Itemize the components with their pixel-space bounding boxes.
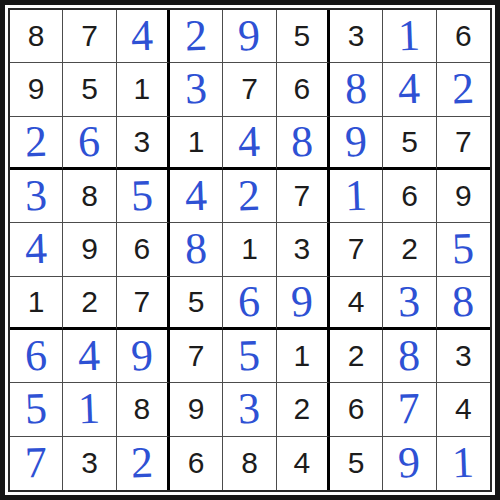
cell-r7c4[interactable]: 7 — [170, 330, 223, 383]
player-digit: 9 — [130, 334, 154, 379]
given-digit: 3 — [133, 127, 150, 157]
given-digit: 6 — [188, 448, 205, 478]
cell-r6c4[interactable]: 5 — [170, 277, 223, 330]
player-digit: 6 — [238, 279, 262, 324]
cell-r4c6[interactable]: 7 — [277, 170, 330, 223]
given-digit: 2 — [293, 394, 310, 424]
cell-r9c7[interactable]: 5 — [330, 437, 383, 490]
cell-r2c4[interactable]: 3 — [170, 63, 223, 116]
cell-r3c9[interactable]: 7 — [437, 117, 490, 170]
given-digit: 7 — [241, 74, 258, 104]
cell-r1c8[interactable]: 1 — [383, 10, 436, 63]
cell-r8c7[interactable]: 6 — [330, 383, 383, 436]
cell-r1c2[interactable]: 7 — [63, 10, 116, 63]
player-digit: 9 — [238, 14, 262, 59]
cell-r7c5[interactable]: 5 — [223, 330, 276, 383]
cell-r3c7[interactable]: 9 — [330, 117, 383, 170]
player-digit: 6 — [78, 119, 102, 164]
player-digit: 2 — [24, 119, 48, 164]
given-digit: 7 — [455, 127, 472, 157]
player-digit: 8 — [290, 119, 314, 164]
cell-r4c7[interactable]: 1 — [330, 170, 383, 223]
cell-r9c3[interactable]: 2 — [117, 437, 170, 490]
cell-r9c6[interactable]: 4 — [277, 437, 330, 490]
player-digit: 4 — [238, 119, 262, 164]
given-digit: 7 — [293, 181, 310, 211]
given-digit: 2 — [81, 287, 98, 317]
player-digit: 9 — [344, 119, 368, 164]
player-digit: 5 — [130, 174, 154, 219]
given-digit: 7 — [133, 287, 150, 317]
cell-r7c7[interactable]: 2 — [330, 330, 383, 383]
player-digit: 8 — [344, 67, 368, 112]
given-digit: 8 — [81, 181, 98, 211]
player-digit: 4 — [184, 174, 208, 219]
cell-r2c2[interactable]: 5 — [63, 63, 116, 116]
given-digit: 1 — [241, 234, 258, 264]
sudoku-board: 8742953169513768422631489573854271694968… — [8, 8, 492, 492]
board-frame: 8742953169513768422631489573854271694968… — [0, 0, 500, 500]
player-digit: 8 — [398, 334, 422, 379]
given-digit: 3 — [348, 21, 365, 51]
cell-r8c1[interactable]: 5 — [10, 383, 63, 436]
given-digit: 3 — [293, 234, 310, 264]
cell-r4c3[interactable]: 5 — [117, 170, 170, 223]
cell-r6c2[interactable]: 2 — [63, 277, 116, 330]
player-digit: 4 — [24, 227, 48, 272]
player-digit: 8 — [452, 279, 476, 324]
cell-r3c3[interactable]: 3 — [117, 117, 170, 170]
given-digit: 4 — [293, 448, 310, 478]
cell-r8c2[interactable]: 1 — [63, 383, 116, 436]
cell-r5c4[interactable]: 8 — [170, 223, 223, 276]
cell-r1c3[interactable]: 4 — [117, 10, 170, 63]
cell-r5c8[interactable]: 2 — [383, 223, 436, 276]
cell-r7c2[interactable]: 4 — [63, 330, 116, 383]
given-digit: 6 — [401, 181, 418, 211]
cell-r3c8[interactable]: 5 — [383, 117, 436, 170]
cell-r4c9[interactable]: 9 — [437, 170, 490, 223]
cell-r2c8[interactable]: 4 — [383, 63, 436, 116]
cell-r9c4[interactable]: 6 — [170, 437, 223, 490]
given-digit: 4 — [455, 394, 472, 424]
cell-r4c8[interactable]: 6 — [383, 170, 436, 223]
cell-r6c5[interactable]: 6 — [223, 277, 276, 330]
given-digit: 1 — [28, 287, 45, 317]
given-digit: 7 — [348, 234, 365, 264]
cell-r4c2[interactable]: 8 — [63, 170, 116, 223]
cell-r9c2[interactable]: 3 — [63, 437, 116, 490]
cell-r2c6[interactable]: 6 — [277, 63, 330, 116]
cell-r9c9[interactable]: 1 — [437, 437, 490, 490]
given-digit: 6 — [348, 394, 365, 424]
cell-r7c3[interactable]: 9 — [117, 330, 170, 383]
cell-r9c8[interactable]: 9 — [383, 437, 436, 490]
given-digit: 9 — [81, 234, 98, 264]
player-digit: 1 — [398, 14, 422, 59]
cell-r4c1[interactable]: 3 — [10, 170, 63, 223]
given-digit: 9 — [28, 74, 45, 104]
given-digit: 5 — [81, 74, 98, 104]
player-digit: 6 — [24, 334, 48, 379]
cell-r2c7[interactable]: 8 — [330, 63, 383, 116]
cell-r6c8[interactable]: 3 — [383, 277, 436, 330]
player-digit: 3 — [398, 279, 422, 324]
cell-r6c9[interactable]: 8 — [437, 277, 490, 330]
player-digit: 9 — [290, 279, 314, 324]
given-digit: 8 — [28, 21, 45, 51]
cell-r6c6[interactable]: 9 — [277, 277, 330, 330]
given-digit: 2 — [401, 234, 418, 264]
cell-r5c1[interactable]: 4 — [10, 223, 63, 276]
cell-r8c5[interactable]: 3 — [223, 383, 276, 436]
cell-r5c7[interactable]: 7 — [330, 223, 383, 276]
cell-r8c6[interactable]: 2 — [277, 383, 330, 436]
given-digit: 7 — [81, 21, 98, 51]
player-digit: 2 — [130, 441, 154, 486]
cell-r4c5[interactable]: 2 — [223, 170, 276, 223]
cell-r5c2[interactable]: 9 — [63, 223, 116, 276]
cell-r3c6[interactable]: 8 — [277, 117, 330, 170]
cell-r5c6[interactable]: 3 — [277, 223, 330, 276]
player-digit: 5 — [24, 387, 48, 432]
given-digit: 6 — [455, 21, 472, 51]
cell-r7c6[interactable]: 1 — [277, 330, 330, 383]
cell-r6c7[interactable]: 4 — [330, 277, 383, 330]
cell-r8c8[interactable]: 7 — [383, 383, 436, 436]
cell-r2c9[interactable]: 2 — [437, 63, 490, 116]
player-digit: 3 — [238, 387, 262, 432]
player-digit: 7 — [24, 441, 48, 486]
given-digit: 6 — [293, 74, 310, 104]
given-digit: 5 — [348, 448, 365, 478]
cell-r3c2[interactable]: 6 — [63, 117, 116, 170]
given-digit: 4 — [348, 287, 365, 317]
player-digit: 5 — [452, 227, 476, 272]
cell-r8c4[interactable]: 9 — [170, 383, 223, 436]
given-digit: 5 — [188, 287, 205, 317]
given-digit: 1 — [293, 341, 310, 371]
given-digit: 9 — [188, 394, 205, 424]
cell-r9c5[interactable]: 8 — [223, 437, 276, 490]
cell-r6c1[interactable]: 1 — [10, 277, 63, 330]
given-digit: 8 — [133, 394, 150, 424]
player-digit: 4 — [398, 67, 422, 112]
player-digit: 4 — [130, 14, 154, 59]
cell-r2c1[interactable]: 9 — [10, 63, 63, 116]
cell-r7c1[interactable]: 6 — [10, 330, 63, 383]
cell-r3c4[interactable]: 1 — [170, 117, 223, 170]
given-digit: 9 — [455, 181, 472, 211]
cell-r1c6[interactable]: 5 — [277, 10, 330, 63]
given-digit: 3 — [81, 448, 98, 478]
cell-r7c9[interactable]: 3 — [437, 330, 490, 383]
player-digit: 3 — [24, 174, 48, 219]
given-digit: 5 — [293, 21, 310, 51]
given-digit: 2 — [348, 341, 365, 371]
cell-r8c3[interactable]: 8 — [117, 383, 170, 436]
cell-r6c3[interactable]: 7 — [117, 277, 170, 330]
player-digit: 7 — [398, 387, 422, 432]
cell-r1c4[interactable]: 2 — [170, 10, 223, 63]
player-digit: 4 — [78, 334, 102, 379]
player-digit: 1 — [78, 387, 102, 432]
given-digit: 8 — [241, 448, 258, 478]
player-digit: 2 — [238, 174, 262, 219]
cell-r3c1[interactable]: 2 — [10, 117, 63, 170]
cell-r1c9[interactable]: 6 — [437, 10, 490, 63]
cell-r2c5[interactable]: 7 — [223, 63, 276, 116]
cell-r1c1[interactable]: 8 — [10, 10, 63, 63]
given-digit: 3 — [455, 341, 472, 371]
given-digit: 1 — [188, 127, 205, 157]
cell-r8c9[interactable]: 4 — [437, 383, 490, 436]
player-digit: 5 — [238, 334, 262, 379]
cell-r1c5[interactable]: 9 — [223, 10, 276, 63]
cell-r2c3[interactable]: 1 — [117, 63, 170, 116]
given-digit: 7 — [188, 341, 205, 371]
cell-r7c8[interactable]: 8 — [383, 330, 436, 383]
given-digit: 1 — [133, 74, 150, 104]
player-digit: 3 — [184, 67, 208, 112]
player-digit: 9 — [398, 441, 422, 486]
player-digit: 2 — [184, 14, 208, 59]
player-digit: 2 — [452, 67, 476, 112]
given-digit: 5 — [401, 127, 418, 157]
cell-r3c5[interactable]: 4 — [223, 117, 276, 170]
given-digit: 6 — [133, 234, 150, 264]
cell-r5c3[interactable]: 6 — [117, 223, 170, 276]
cell-r9c1[interactable]: 7 — [10, 437, 63, 490]
cell-r4c4[interactable]: 4 — [170, 170, 223, 223]
cell-r5c9[interactable]: 5 — [437, 223, 490, 276]
player-digit: 8 — [184, 227, 208, 272]
player-digit: 1 — [452, 441, 476, 486]
player-digit: 1 — [344, 174, 368, 219]
cell-r1c7[interactable]: 3 — [330, 10, 383, 63]
cell-r5c5[interactable]: 1 — [223, 223, 276, 276]
